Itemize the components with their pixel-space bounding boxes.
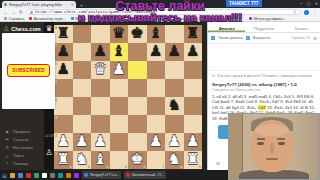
depth-label: Глубина 12 (291, 36, 310, 40)
streamer-left-brow (257, 138, 265, 140)
black-bishop: ♝ (110, 42, 129, 61)
taskbar-app-icon[interactable] (58, 173, 63, 178)
streamer-mouth (266, 158, 278, 160)
taskbar-window-label: Безымянный - П... (132, 173, 164, 177)
black-rook: ♜ (184, 24, 203, 43)
square-h2[interactable]: ♟ (184, 133, 203, 151)
square-e1[interactable]: e♚ (128, 151, 147, 169)
current-move[interactable]: Сd7 (258, 105, 267, 110)
square-d3[interactable] (110, 115, 129, 133)
engine-lines-checkbox[interactable]: ✓ (211, 36, 215, 40)
players-line: SergeyTv77 (2036) vs. alborg (1987) • 1-… (208, 80, 320, 87)
first-move-button[interactable]: « (216, 160, 220, 167)
tab-Запись[interactable]: Запись (283, 22, 320, 32)
Профиль-icon: ◉ (4, 129, 10, 134)
black-player-piece-icon: ♛ (44, 24, 54, 33)
black-pawn: ♟ (184, 42, 203, 61)
Поиск-icon: ◬ (4, 153, 10, 158)
gear-icon[interactable]: ⚙ (313, 36, 317, 41)
taskbar-app-icon[interactable] (18, 173, 23, 178)
square-f8[interactable]: ♝ (147, 25, 166, 43)
analysis-tabs: АнализПодробноЗапись (208, 22, 320, 33)
overlay-text-line2: и подписывайтесь на канал!!! (0, 11, 320, 23)
square-c6[interactable]: ♛ (91, 61, 110, 79)
white-player-piece-icon: ♙ (44, 148, 54, 157)
white-rook: ♜ (54, 150, 73, 169)
square-e2[interactable] (128, 133, 147, 151)
sidebar-item-label: Соцсети (13, 137, 29, 142)
eval-text: +0.58 (44, 134, 54, 138)
taskbar-app-icon[interactable] (42, 173, 47, 178)
Настройки-icon: ⚙ (4, 145, 10, 150)
black-bishop: ♝ (147, 24, 166, 43)
square-a6[interactable]: 6♟ (54, 61, 73, 79)
taskbar-window-button[interactable]: SergeyTv77 Liv... (82, 171, 121, 179)
square-b3[interactable] (73, 115, 92, 133)
square-d2[interactable] (110, 133, 129, 151)
taskbar-window-label: SergeyTv77 Liv... (90, 173, 119, 177)
square-d8[interactable]: ♛ (110, 25, 129, 43)
square-c5[interactable] (91, 79, 110, 97)
square-b7[interactable] (73, 43, 92, 61)
square-b6[interactable] (73, 61, 92, 79)
taskbar-app-icon[interactable] (66, 173, 71, 178)
black-pawn: ♟ (91, 42, 110, 61)
chess-board[interactable]: 8♜♛♚♝♜7♟♟♝♟♟♟6♟♛♟54♞32♟♟♟♟♟♟1a♜b♞c♝de♚fg… (54, 25, 202, 169)
black-pawn: ♟ (165, 42, 184, 61)
square-d6[interactable]: ♟ (110, 61, 129, 79)
file-label-d: d (125, 165, 127, 169)
square-a2[interactable]: 2♟ (54, 133, 73, 151)
white-pawn: ♟ (91, 132, 110, 151)
taskbar-app-icon[interactable] (50, 173, 55, 178)
chesscom-pawn-icon: ♙ (3, 25, 9, 33)
webcam-doorframe (229, 114, 243, 180)
sidebar-item-Соцсети[interactable]: ✉Соцсети (0, 135, 44, 143)
white-pawn: ♟ (54, 132, 73, 151)
start-button[interactable]: ⊞ (2, 172, 7, 179)
hint-text: Кто был лучше в дебюте? Узнайте с помощь… (217, 74, 312, 78)
taskbar-app-icon[interactable] (34, 173, 39, 178)
square-g4[interactable]: ♞ (165, 97, 184, 115)
streamer-nose (270, 143, 274, 153)
square-b8[interactable] (73, 25, 92, 43)
square-f2[interactable]: ♟ (147, 133, 166, 151)
Соцсети-icon: ✉ (4, 137, 10, 142)
square-c8[interactable] (91, 25, 110, 43)
taskbar-window-button[interactable]: Безымянный - П... (124, 171, 166, 179)
stream-screenshot: SergeyTv77 Live: playing blitz ✕ + ─ ▢ ✕… (0, 0, 320, 180)
square-c3[interactable] (91, 115, 110, 133)
square-d5[interactable] (110, 79, 129, 97)
streamer-forehead (255, 124, 289, 136)
sidebar-item-Профиль[interactable]: ◉Профиль (0, 127, 44, 135)
rank-label-4: 4 (55, 98, 57, 102)
square-h6[interactable] (184, 61, 203, 79)
square-a4[interactable]: 4 (54, 97, 73, 115)
square-f3[interactable] (147, 115, 166, 133)
rank-label-5: 5 (55, 80, 57, 84)
square-f7[interactable]: ♟ (147, 43, 166, 61)
square-e6[interactable] (128, 61, 147, 79)
square-d4[interactable] (110, 97, 129, 115)
square-c2[interactable]: ♟ (91, 133, 110, 151)
square-f5[interactable] (147, 79, 166, 97)
white-bishop: ♝ (91, 150, 110, 169)
white-pawn: ♟ (184, 132, 203, 151)
square-h4[interactable] (184, 97, 203, 115)
taskbar-app-icon[interactable] (10, 173, 15, 178)
square-e7[interactable] (128, 43, 147, 61)
webcam-feed (228, 113, 320, 180)
hint-icon: ↻ (212, 73, 215, 78)
engine-lines-label: Линии движка (218, 36, 243, 40)
square-g7[interactable]: ♟ (165, 43, 184, 61)
stream-banner: ТАНКИСТ 777 (226, 0, 262, 7)
white-pawn: ♟ (165, 132, 184, 151)
square-d7[interactable]: ♝ (110, 43, 129, 61)
square-g3[interactable] (165, 115, 184, 133)
square-b1[interactable]: b♞ (73, 151, 92, 169)
square-g6[interactable] (165, 61, 184, 79)
square-f1[interactable]: f (147, 151, 166, 169)
square-e4[interactable] (128, 97, 147, 115)
black-pawn: ♟ (54, 42, 73, 61)
white-pawn: ♟ (73, 132, 92, 151)
square-d1[interactable]: d (110, 151, 129, 169)
chesscom-logo-text: Chess.com (11, 26, 40, 32)
square-a3[interactable]: 3 (54, 115, 73, 133)
streamer-right-brow (277, 138, 285, 140)
square-b2[interactable]: ♟ (73, 133, 92, 151)
square-h1[interactable]: h♜ (184, 151, 203, 169)
square-a5[interactable]: 5 (54, 79, 73, 97)
square-e3[interactable] (128, 115, 147, 133)
subscribed-button[interactable]: SUBSCRIBED (7, 64, 50, 77)
white-pawn: ♟ (110, 60, 129, 79)
square-c4[interactable] (91, 97, 110, 115)
square-h5[interactable] (184, 79, 203, 97)
square-b5[interactable] (73, 79, 92, 97)
white-queen: ♛ (91, 60, 110, 79)
square-b4[interactable] (73, 97, 92, 115)
white-king: ♚ (128, 150, 147, 169)
sidebar-item-Помощь[interactable]: ?Помощь (0, 160, 44, 168)
sidebar-item-label: Помощь (13, 161, 28, 166)
square-g8[interactable] (165, 25, 184, 43)
square-h3[interactable] (184, 115, 203, 133)
taskbar-app-icon[interactable] (26, 173, 31, 178)
square-e5[interactable] (128, 79, 147, 97)
square-f4[interactable] (147, 97, 166, 115)
square-f6[interactable] (147, 61, 166, 79)
analysis-options: ✓ Линии движка ✓ Варианты Глубина 12 ⚙ (208, 33, 320, 44)
square-a8[interactable]: 8♜ (54, 25, 73, 43)
tab-Анализ[interactable]: Анализ (208, 22, 245, 32)
square-g1[interactable]: g♞ (165, 151, 184, 169)
white-rook: ♜ (184, 150, 203, 169)
black-pawn: ♟ (147, 42, 166, 61)
black-knight: ♞ (165, 96, 184, 115)
sidebar-item-label: Профиль (13, 129, 30, 134)
black-queen: ♛ (110, 24, 129, 43)
rank-label-3: 3 (55, 116, 57, 120)
sidebar-item-Поиск[interactable]: ◬Поиск (0, 152, 44, 160)
white-knight: ♞ (165, 150, 184, 169)
subscribe-overlay: SUBSCRIBED (2, 33, 55, 109)
white-knight: ♞ (73, 150, 92, 169)
opening-hint-row: ↻ Кто был лучше в дебюте? Узнайте с помо… (208, 70, 320, 80)
square-c1[interactable]: c♝ (91, 151, 110, 169)
subscribed-label: SUBSCRIBED (12, 68, 44, 73)
square-g5[interactable] (165, 79, 184, 97)
tab-Подробно[interactable]: Подробно (245, 22, 282, 32)
sidebar-item-label: Поиск (13, 153, 24, 158)
file-label-f: f (163, 165, 164, 169)
streamer-right-eye (278, 142, 285, 145)
black-king: ♚ (128, 24, 147, 43)
square-h7[interactable]: ♟ (184, 43, 203, 61)
square-c7[interactable]: ♟ (91, 43, 110, 61)
Помощь-icon: ? (4, 161, 10, 166)
black-pawn: ♟ (54, 60, 73, 79)
square-a1[interactable]: 1a♜ (54, 151, 73, 169)
square-h8[interactable]: ♜ (184, 25, 203, 43)
sidebar-item-Настройки[interactable]: ⚙Настройки (0, 143, 44, 151)
streamer-left-eye (257, 142, 264, 145)
sidebar-item-label: Настройки (13, 145, 33, 150)
taskbar-window-icon (84, 173, 88, 177)
variations-label: Варианты (253, 36, 271, 40)
white-pawn: ♟ (147, 132, 166, 151)
taskbar-app-icon[interactable] (74, 173, 79, 178)
square-a7[interactable]: 7♟ (54, 43, 73, 61)
square-e8[interactable]: ♚ (128, 25, 147, 43)
black-rook: ♜ (54, 24, 73, 43)
square-g2[interactable]: ♟ (165, 133, 184, 151)
taskbar-window-icon (126, 173, 130, 177)
variations-checkbox[interactable]: ✓ (246, 36, 250, 40)
